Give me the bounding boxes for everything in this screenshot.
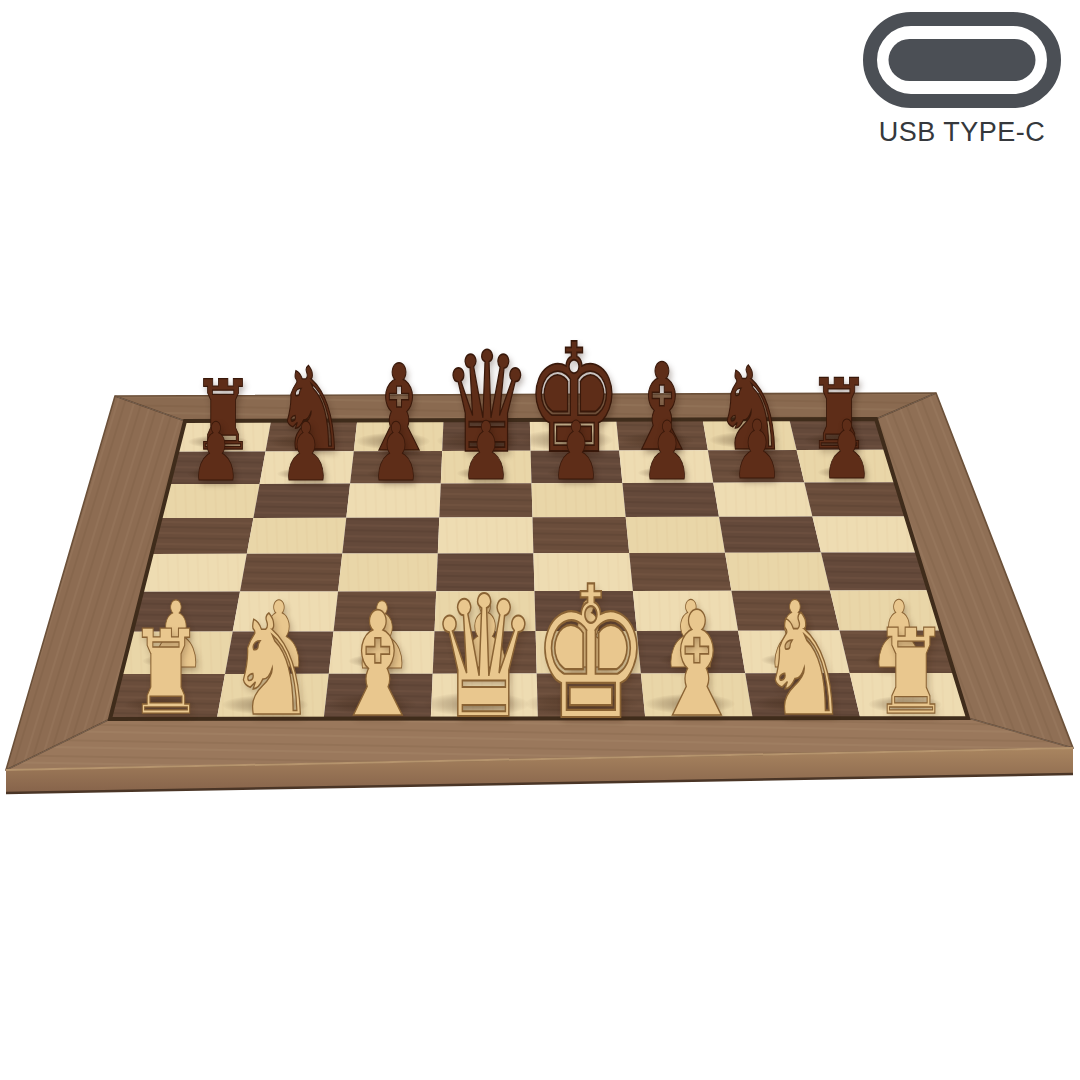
square-b6-grain: [253, 484, 350, 518]
square-g3-grain: [731, 591, 839, 631]
square-a4-grain: [142, 554, 247, 592]
square-b4-grain: [240, 554, 342, 592]
square-a2-grain: [121, 632, 232, 675]
square-d1-grain: [431, 674, 538, 719]
square-e1-grain: [537, 673, 646, 718]
square-c2-grain: [329, 631, 435, 674]
usb-type-c-icon: [863, 12, 1061, 108]
square-f6-grain: [622, 483, 719, 517]
square-a8-grain: [177, 421, 271, 452]
square-h1-grain: [850, 673, 968, 718]
square-d7-grain: [441, 451, 532, 484]
chess-board: [0, 0, 1080, 1080]
square-h6-grain: [804, 482, 906, 516]
square-g5-grain: [719, 517, 821, 553]
square-d2-grain: [433, 631, 537, 674]
square-c4-grain: [338, 553, 438, 591]
square-h3-grain: [830, 590, 941, 630]
square-e8-grain: [530, 420, 619, 451]
square-h8-grain: [789, 419, 885, 450]
square-c3-grain: [334, 591, 437, 631]
square-d3-grain: [435, 591, 536, 631]
square-c1-grain: [324, 674, 433, 719]
square-a6-grain: [161, 484, 260, 518]
square-b7-grain: [260, 451, 354, 484]
square-d6-grain: [439, 483, 532, 517]
square-d4-grain: [436, 553, 534, 591]
square-d8-grain: [442, 420, 530, 451]
square-a7-grain: [169, 452, 265, 485]
square-c5-grain: [342, 518, 439, 554]
square-f8-grain: [616, 420, 708, 451]
square-g6-grain: [713, 483, 812, 517]
usb-type-c-label: USB TYPE-C: [860, 117, 1064, 148]
square-e5-grain: [533, 517, 630, 553]
square-a1-grain: [110, 674, 225, 719]
square-b8-grain: [266, 421, 358, 452]
square-d5-grain: [438, 517, 534, 553]
square-h4-grain: [821, 552, 929, 590]
square-e7-grain: [531, 451, 623, 484]
square-e6-grain: [532, 483, 626, 517]
square-b2-grain: [225, 632, 334, 675]
square-a3-grain: [132, 592, 240, 632]
square-h5-grain: [812, 516, 917, 552]
square-g2-grain: [738, 631, 850, 674]
square-a5-grain: [152, 518, 254, 554]
square-e4-grain: [533, 553, 633, 591]
square-g4-grain: [725, 553, 830, 591]
square-b5-grain: [247, 518, 346, 554]
square-c7-grain: [350, 451, 442, 484]
square-f5-grain: [626, 517, 725, 553]
square-h7-grain: [797, 450, 896, 483]
usb-type-c-icon-core: [889, 39, 1036, 81]
square-c8-grain: [354, 420, 444, 451]
square-g1-grain: [745, 673, 860, 718]
square-g7-grain: [708, 450, 804, 483]
square-f3-grain: [633, 591, 738, 631]
square-b3-grain: [233, 591, 338, 631]
square-e3-grain: [535, 591, 637, 631]
square-h2-grain: [840, 630, 955, 673]
square-f1-grain: [641, 673, 753, 718]
square-c6-grain: [346, 483, 441, 517]
square-g8-grain: [703, 419, 797, 450]
square-e2-grain: [536, 631, 641, 674]
square-b1-grain: [217, 674, 329, 719]
board-border-top-grain: [115, 393, 936, 421]
square-f4-grain: [629, 553, 731, 591]
square-f7-grain: [619, 450, 713, 483]
product-photo: ♜♞♝♛♚♝♞♜♟♟♟♟♟♟♟♟♟♟♟♟♟♟♟♟♜♞♝♛♚♝♞♜ USB TYP…: [0, 0, 1080, 1080]
usb-type-c-badge: USB TYPE-C: [860, 12, 1064, 148]
square-f2-grain: [637, 631, 745, 674]
